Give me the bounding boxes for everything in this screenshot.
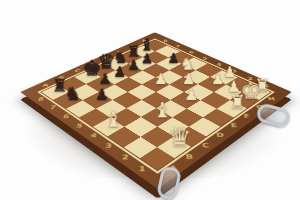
coord-label-5: 5 — [197, 54, 212, 63]
black-pawn-e7[interactable]: ♟ — [127, 59, 140, 73]
black-pawn-f7[interactable]: ♟ — [141, 52, 153, 66]
black-pawn-g6[interactable]: ♟ — [167, 52, 179, 66]
coord-label-f: F — [110, 49, 128, 55]
white-bishop-a4[interactable]: ♝ — [105, 109, 124, 130]
black-knight-a7[interactable]: ♞ — [64, 84, 81, 103]
black-pawn-b6[interactable]: ♟ — [95, 87, 109, 103]
coord-label-d: D — [82, 61, 102, 68]
coord-label-7: 7 — [171, 42, 185, 50]
chess-set-photo: ABCDEFGH 12345678 12345678 ABCDEFGH ♜♚♛♞… — [0, 0, 300, 200]
coord-label-g: G — [123, 43, 141, 49]
white-pawn-e3[interactable]: ♟ — [184, 87, 198, 103]
coord-label-6: 6 — [184, 48, 198, 56]
coord-label-8: 8 — [159, 37, 172, 45]
coord-label-3: 3 — [226, 66, 243, 76]
black-pawn-d7[interactable]: ♟ — [113, 65, 126, 79]
coord-label-4: 4 — [211, 60, 227, 69]
white-rook-f1[interactable]: ♜ — [229, 92, 246, 111]
white-bishop-c3[interactable]: ♝ — [153, 100, 172, 121]
coord-label-h: H — [136, 38, 153, 44]
coord-label-e: E — [96, 55, 115, 61]
coord-label-c: C — [67, 68, 88, 75]
white-pawn-g3[interactable]: ♟ — [211, 72, 224, 87]
white-queen-b1[interactable]: ♛ — [168, 125, 191, 151]
white-pawn-e5[interactable]: ♟ — [154, 72, 167, 87]
